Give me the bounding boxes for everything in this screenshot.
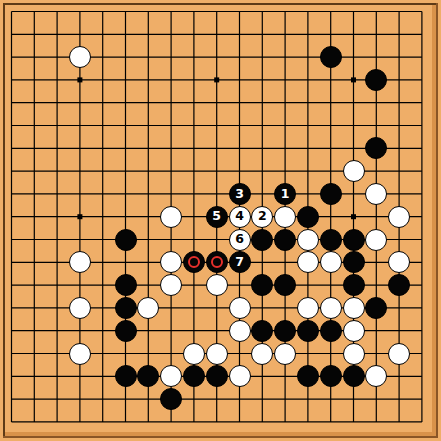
move-6-stone: 6 [229,229,251,251]
white-stone [69,343,91,365]
white-stone [206,274,228,296]
star-point [214,77,219,82]
star-point [351,77,356,82]
black-stone [115,365,137,387]
move-number-label: 6 [235,233,244,246]
black-stone [251,229,273,251]
black-stone [320,46,342,68]
black-stone [297,320,319,342]
black-stone [115,229,137,251]
move-number-label: 4 [235,210,244,223]
move-number-label: 3 [235,188,244,201]
white-stone [365,229,387,251]
move-number-label: 2 [258,210,267,223]
black-stone [343,274,365,296]
white-stone [229,320,251,342]
go-diagram: 3154267 [0,0,441,441]
black-stone [115,274,137,296]
white-stone [183,343,205,365]
black-stone [320,365,342,387]
move-2-stone: 2 [251,206,273,228]
white-stone [388,343,410,365]
white-stone [274,343,296,365]
move-4-stone: 4 [229,206,251,228]
move-number-label: 5 [212,210,221,223]
move-number-label: 7 [235,256,244,269]
black-stone [274,320,296,342]
white-stone [343,343,365,365]
black-stone [320,229,342,251]
white-stone [69,297,91,319]
white-stone [343,160,365,182]
red-circle-mark [211,256,223,268]
white-stone [320,251,342,273]
white-stone [297,297,319,319]
move-number-label: 1 [281,188,290,201]
black-stone [206,365,228,387]
red-circle-marked-black-stone [206,251,228,273]
white-stone [297,229,319,251]
move-1-stone: 1 [274,183,296,205]
white-stone [229,297,251,319]
white-stone [320,297,342,319]
black-stone [251,320,273,342]
white-stone [206,343,228,365]
go-board: 3154267 [0,0,441,441]
white-stone [229,365,251,387]
white-stone [160,206,182,228]
black-stone [320,320,342,342]
move-5-stone: 5 [206,206,228,228]
white-stone [274,206,296,228]
black-stone [320,183,342,205]
black-stone [115,297,137,319]
black-stone [115,320,137,342]
star-point [77,77,82,82]
black-stone [343,229,365,251]
white-stone [388,206,410,228]
black-stone [343,365,365,387]
move-3-stone: 3 [229,183,251,205]
white-stone [343,320,365,342]
black-stone [343,251,365,273]
star-point [351,214,356,219]
star-point [77,214,82,219]
white-stone [343,297,365,319]
white-stone [69,46,91,68]
white-stone [251,343,273,365]
move-7-stone: 7 [229,251,251,273]
red-circle-mark [188,256,200,268]
black-stone [274,229,296,251]
black-stone [297,206,319,228]
